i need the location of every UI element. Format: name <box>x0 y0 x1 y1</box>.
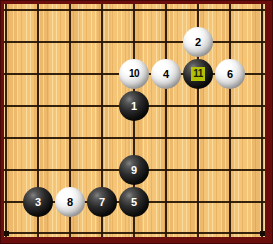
move-number: 5 <box>131 197 137 208</box>
stone-black-7: 7 <box>87 187 117 217</box>
move-number: 4 <box>163 69 169 80</box>
grid-hline-5 <box>4 137 265 139</box>
grid-hline-8 <box>4 232 265 234</box>
stone-black-5: 5 <box>119 187 149 217</box>
move-number: 3 <box>35 197 41 208</box>
stone-white-4: 4 <box>151 59 181 89</box>
stone-white-8: 8 <box>55 187 85 217</box>
move-number: 10 <box>129 69 139 79</box>
stone-black-3: 3 <box>23 187 53 217</box>
stone-white-2: 2 <box>183 27 213 57</box>
stone-black-11: 11 <box>183 59 213 89</box>
stone-black-1: 1 <box>119 91 149 121</box>
grid-hline-2 <box>4 41 265 43</box>
stone-white-6: 6 <box>215 59 245 89</box>
move-number: 9 <box>131 165 137 176</box>
last-move-number-highlight: 11 <box>191 67 205 81</box>
board-corner-marker-1 <box>4 231 9 236</box>
move-number: 7 <box>99 197 105 208</box>
board-corner-marker-2 <box>260 231 265 236</box>
stone-black-9: 9 <box>119 155 149 185</box>
go-diagram: 1234567891011 <box>0 0 273 244</box>
move-number: 1 <box>131 101 137 112</box>
go-board-surface[interactable]: 1234567891011 <box>4 4 265 237</box>
move-number: 2 <box>195 37 201 48</box>
stone-white-10: 10 <box>119 59 149 89</box>
move-number: 8 <box>67 197 73 208</box>
grid-hline-1 <box>4 9 265 11</box>
move-number: 6 <box>227 69 233 80</box>
